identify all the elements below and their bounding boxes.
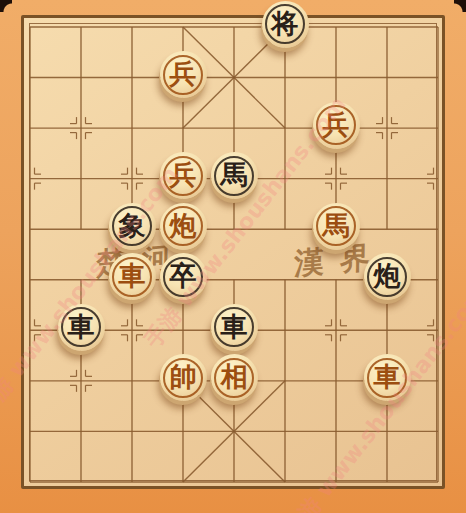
piece-black-cannon-1[interactable]: 炮	[364, 253, 411, 300]
piece-glyph: 卒	[170, 262, 197, 289]
piece-glyph: 象	[119, 212, 146, 239]
piece-glyph: 兵	[170, 60, 197, 87]
piece-glyph: 馬	[221, 161, 248, 188]
piece-glyph: 炮	[170, 212, 197, 239]
piece-red-cannon-1[interactable]: 炮	[160, 203, 207, 250]
piece-black-chariot-2[interactable]: 車	[211, 304, 258, 351]
piece-glyph: 馬	[323, 212, 350, 239]
piece-glyph: 炮	[374, 262, 401, 289]
screen-corner	[0, 0, 12, 12]
piece-glyph: 車	[221, 313, 248, 340]
piece-glyph: 将	[272, 10, 299, 37]
piece-glyph: 車	[119, 262, 146, 289]
piece-black-soldier-1[interactable]: 卒	[160, 253, 207, 300]
piece-red-general[interactable]: 帥	[160, 354, 207, 401]
piece-glyph: 兵	[323, 111, 350, 138]
piece-red-soldier-1[interactable]: 兵	[160, 51, 207, 98]
piece-red-elephant-1[interactable]: 相	[211, 354, 258, 401]
piece-red-chariot-1[interactable]: 車	[109, 253, 156, 300]
piece-black-elephant-1[interactable]: 象	[109, 203, 156, 250]
piece-black-chariot-1[interactable]: 車	[58, 304, 105, 351]
piece-black-general[interactable]: 将	[262, 1, 309, 48]
piece-red-soldier-3[interactable]: 兵	[160, 152, 207, 199]
piece-glyph: 相	[221, 363, 248, 390]
piece-black-horse-1[interactable]: 馬	[211, 152, 258, 199]
piece-glyph: 帥	[170, 363, 197, 390]
piece-red-chariot-2[interactable]: 車	[364, 354, 411, 401]
screen-corner	[454, 0, 466, 12]
piece-glyph: 車	[68, 313, 95, 340]
piece-glyph: 車	[374, 363, 401, 390]
piece-red-horse-1[interactable]: 馬	[313, 203, 360, 250]
piece-glyph: 兵	[170, 161, 197, 188]
xiangqi-game-screen: 楚河 漢界 将兵兵兵馬象炮馬車卒炮車車帥相車 手游 www.shoushans.…	[0, 0, 466, 513]
piece-red-soldier-2[interactable]: 兵	[313, 102, 360, 149]
